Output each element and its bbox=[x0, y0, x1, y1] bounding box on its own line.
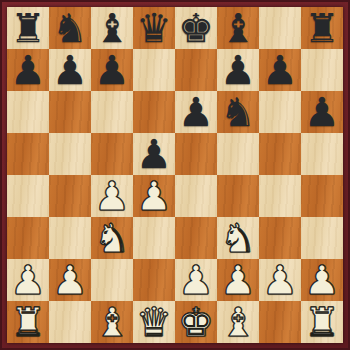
square-f8[interactable]: ♝ bbox=[217, 7, 259, 49]
square-d5[interactable]: ♟ bbox=[133, 133, 175, 175]
square-d1[interactable]: ♛ bbox=[133, 301, 175, 343]
piece-black-pawn: ♟ bbox=[136, 134, 172, 174]
square-h7[interactable] bbox=[301, 49, 343, 91]
square-a2[interactable]: ♟ bbox=[7, 259, 49, 301]
square-c7[interactable]: ♟ bbox=[91, 49, 133, 91]
piece-white-pawn: ♟ bbox=[220, 260, 256, 300]
square-b6[interactable] bbox=[49, 91, 91, 133]
piece-black-queen: ♛ bbox=[136, 8, 172, 48]
square-d4[interactable]: ♟ bbox=[133, 175, 175, 217]
square-f7[interactable]: ♟ bbox=[217, 49, 259, 91]
square-f3[interactable]: ♞ bbox=[217, 217, 259, 259]
piece-white-knight: ♞ bbox=[220, 218, 256, 258]
piece-black-king: ♚ bbox=[178, 8, 214, 48]
square-c3[interactable]: ♞ bbox=[91, 217, 133, 259]
piece-white-pawn: ♟ bbox=[262, 260, 298, 300]
piece-black-pawn: ♟ bbox=[178, 92, 214, 132]
square-e7[interactable] bbox=[175, 49, 217, 91]
piece-white-pawn: ♟ bbox=[10, 260, 46, 300]
square-f2[interactable]: ♟ bbox=[217, 259, 259, 301]
square-h2[interactable]: ♟ bbox=[301, 259, 343, 301]
square-h1[interactable]: ♜ bbox=[301, 301, 343, 343]
piece-white-queen: ♛ bbox=[136, 302, 172, 342]
piece-white-pawn: ♟ bbox=[304, 260, 340, 300]
square-e4[interactable] bbox=[175, 175, 217, 217]
square-d7[interactable] bbox=[133, 49, 175, 91]
square-d2[interactable] bbox=[133, 259, 175, 301]
square-a7[interactable]: ♟ bbox=[7, 49, 49, 91]
piece-white-knight: ♞ bbox=[94, 218, 130, 258]
square-c1[interactable]: ♝ bbox=[91, 301, 133, 343]
square-g8[interactable] bbox=[259, 7, 301, 49]
square-h5[interactable] bbox=[301, 133, 343, 175]
square-e1[interactable]: ♚ bbox=[175, 301, 217, 343]
square-g6[interactable] bbox=[259, 91, 301, 133]
square-c5[interactable] bbox=[91, 133, 133, 175]
square-c2[interactable] bbox=[91, 259, 133, 301]
piece-black-rook: ♜ bbox=[10, 8, 46, 48]
square-a3[interactable] bbox=[7, 217, 49, 259]
piece-black-pawn: ♟ bbox=[10, 50, 46, 90]
square-b4[interactable] bbox=[49, 175, 91, 217]
square-h6[interactable]: ♟ bbox=[301, 91, 343, 133]
piece-white-bishop: ♝ bbox=[220, 302, 256, 342]
piece-black-knight: ♞ bbox=[220, 92, 256, 132]
square-f6[interactable]: ♞ bbox=[217, 91, 259, 133]
piece-white-king: ♚ bbox=[178, 302, 214, 342]
square-g5[interactable] bbox=[259, 133, 301, 175]
piece-white-rook: ♜ bbox=[10, 302, 46, 342]
square-g7[interactable]: ♟ bbox=[259, 49, 301, 91]
square-h4[interactable] bbox=[301, 175, 343, 217]
square-g1[interactable] bbox=[259, 301, 301, 343]
square-g2[interactable]: ♟ bbox=[259, 259, 301, 301]
square-f4[interactable] bbox=[217, 175, 259, 217]
piece-black-pawn: ♟ bbox=[304, 92, 340, 132]
piece-black-rook: ♜ bbox=[304, 8, 340, 48]
chess-board-frame: ♜♞♝♛♚♝♜♟♟♟♟♟♟♞♟♟♟♟♞♞♟♟♟♟♟♟♜♝♛♚♝♜ bbox=[0, 0, 350, 350]
square-f1[interactable]: ♝ bbox=[217, 301, 259, 343]
piece-white-pawn: ♟ bbox=[136, 176, 172, 216]
square-b7[interactable]: ♟ bbox=[49, 49, 91, 91]
piece-white-rook: ♜ bbox=[304, 302, 340, 342]
piece-black-bishop: ♝ bbox=[220, 8, 256, 48]
square-b3[interactable] bbox=[49, 217, 91, 259]
square-d6[interactable] bbox=[133, 91, 175, 133]
square-e6[interactable]: ♟ bbox=[175, 91, 217, 133]
piece-white-pawn: ♟ bbox=[52, 260, 88, 300]
piece-black-pawn: ♟ bbox=[220, 50, 256, 90]
square-e3[interactable] bbox=[175, 217, 217, 259]
chess-board: ♜♞♝♛♚♝♜♟♟♟♟♟♟♞♟♟♟♟♞♞♟♟♟♟♟♟♜♝♛♚♝♜ bbox=[7, 7, 343, 343]
square-c4[interactable]: ♟ bbox=[91, 175, 133, 217]
piece-black-bishop: ♝ bbox=[94, 8, 130, 48]
square-h8[interactable]: ♜ bbox=[301, 7, 343, 49]
square-b5[interactable] bbox=[49, 133, 91, 175]
square-a6[interactable] bbox=[7, 91, 49, 133]
square-f5[interactable] bbox=[217, 133, 259, 175]
square-b8[interactable]: ♞ bbox=[49, 7, 91, 49]
square-c6[interactable] bbox=[91, 91, 133, 133]
piece-black-pawn: ♟ bbox=[52, 50, 88, 90]
square-b2[interactable]: ♟ bbox=[49, 259, 91, 301]
piece-white-pawn: ♟ bbox=[178, 260, 214, 300]
square-e8[interactable]: ♚ bbox=[175, 7, 217, 49]
square-d3[interactable] bbox=[133, 217, 175, 259]
square-h3[interactable] bbox=[301, 217, 343, 259]
square-g4[interactable] bbox=[259, 175, 301, 217]
square-e2[interactable]: ♟ bbox=[175, 259, 217, 301]
piece-black-knight: ♞ bbox=[52, 8, 88, 48]
square-e5[interactable] bbox=[175, 133, 217, 175]
square-b1[interactable] bbox=[49, 301, 91, 343]
piece-white-bishop: ♝ bbox=[94, 302, 130, 342]
square-a8[interactable]: ♜ bbox=[7, 7, 49, 49]
piece-black-pawn: ♟ bbox=[94, 50, 130, 90]
square-c8[interactable]: ♝ bbox=[91, 7, 133, 49]
square-g3[interactable] bbox=[259, 217, 301, 259]
square-a1[interactable]: ♜ bbox=[7, 301, 49, 343]
square-a5[interactable] bbox=[7, 133, 49, 175]
square-a4[interactable] bbox=[7, 175, 49, 217]
piece-white-pawn: ♟ bbox=[94, 176, 130, 216]
square-d8[interactable]: ♛ bbox=[133, 7, 175, 49]
piece-black-pawn: ♟ bbox=[262, 50, 298, 90]
